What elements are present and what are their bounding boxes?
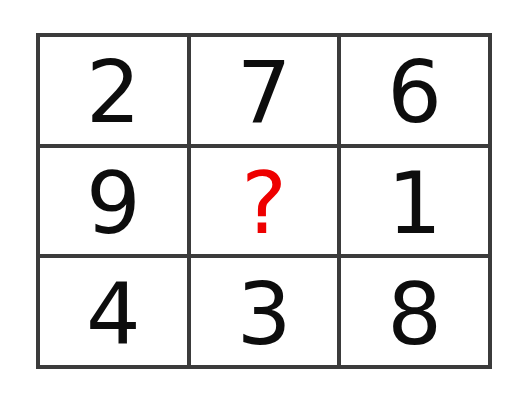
- cell-value: 1: [387, 160, 442, 246]
- grid-cell-r3c3: 8: [341, 258, 488, 365]
- grid-cell-r3c2: 3: [191, 258, 338, 365]
- cell-value: 2: [86, 49, 141, 135]
- cell-value: 9: [86, 160, 141, 246]
- grid-cell-r2c3: 1: [341, 148, 488, 255]
- cell-value: 4: [86, 271, 141, 357]
- grid-cell-r2c1: 9: [40, 148, 187, 255]
- cell-value: 8: [387, 271, 442, 357]
- grid-cell-r1c2: 7: [191, 37, 338, 144]
- grid-cell-r2c2-unknown: ?: [191, 148, 338, 255]
- grid-cell-r1c3: 6: [341, 37, 488, 144]
- cell-value: 7: [237, 49, 292, 135]
- puzzle-board: 2 7 6 9 ? 1 4 3 8: [36, 33, 492, 369]
- number-grid: 2 7 6 9 ? 1 4 3 8: [36, 33, 492, 369]
- question-mark: ?: [241, 160, 287, 246]
- grid-cell-r3c1: 4: [40, 258, 187, 365]
- cell-value: 3: [237, 271, 292, 357]
- cell-value: 6: [387, 49, 442, 135]
- grid-cell-r1c1: 2: [40, 37, 187, 144]
